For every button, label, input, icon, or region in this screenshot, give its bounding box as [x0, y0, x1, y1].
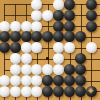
- white-stone-r1c4: [31, 0, 42, 10]
- white-stone-r2c4: [31, 10, 42, 21]
- black-stone-r8c7: [64, 75, 75, 86]
- black-stone-r8c8: [75, 75, 86, 86]
- black-stone-r2c6: [53, 10, 64, 21]
- black-stone-r4c5: [42, 31, 53, 42]
- dot-marker: [46, 57, 49, 60]
- white-stone-r7c6: [53, 64, 64, 75]
- black-stone-r9c6: [53, 86, 64, 97]
- black-stone-r3c6: [53, 21, 64, 32]
- black-stone-r4c4: [31, 31, 42, 42]
- white-stone-r5c9: [86, 42, 97, 53]
- black-stone-r9c9: [86, 86, 97, 97]
- white-stone-r5c4: [31, 42, 42, 53]
- black-stone-r4c7: [64, 31, 75, 42]
- black-stone-r1c7: [64, 0, 75, 10]
- white-stone-r3c4: [31, 21, 42, 32]
- white-stone-r5c3: [21, 42, 32, 53]
- black-stone-r6c8: [75, 53, 86, 64]
- black-stone-r4c8: [75, 31, 86, 42]
- white-stone-r6c2: [10, 53, 21, 64]
- white-stone-r6c3: [21, 53, 32, 64]
- white-stone-r8c4: [31, 75, 42, 86]
- black-stone-r8c6: [53, 75, 64, 86]
- black-stone-r3c7: [64, 21, 75, 32]
- black-stone-r7c7: [64, 64, 75, 75]
- white-stone-r9c4: [31, 86, 42, 97]
- white-stone-r5c6: [53, 42, 64, 53]
- black-stone-r5c1: [0, 42, 10, 53]
- black-stone-r9c8: [75, 86, 86, 97]
- white-stone-r8c3: [21, 75, 32, 86]
- black-stone-r5c2: [10, 42, 21, 53]
- white-stone-r9c3: [21, 86, 32, 97]
- black-stone-r4c1: [0, 31, 10, 42]
- black-stone-r8c5: [42, 75, 53, 86]
- black-stone-r4c3: [21, 31, 32, 42]
- black-stone-r2c7: [64, 10, 75, 21]
- white-stone-r6c6: [53, 53, 64, 64]
- white-stone-r3c1: [0, 21, 10, 32]
- white-stone-r7c4: [31, 64, 42, 75]
- white-stone-r8c2: [10, 75, 21, 86]
- white-stone-r5c7: [64, 42, 75, 53]
- black-stone-r9c5: [42, 86, 53, 97]
- black-stone-r3c9: [86, 21, 97, 32]
- go-board[interactable]: ✦: [0, 0, 100, 100]
- black-stone-r4c6: [53, 31, 64, 42]
- white-stone-r2c5: [42, 10, 53, 21]
- white-stone-r9c2: [10, 86, 21, 97]
- white-stone-r9c1: [0, 86, 10, 97]
- black-stone-r4c2: [10, 31, 21, 42]
- black-stone-r7c8: [75, 64, 86, 75]
- black-stone-r9c7: [64, 86, 75, 97]
- white-stone-r7c3: [21, 64, 32, 75]
- white-stone-r7c2: [10, 64, 21, 75]
- white-stone-r3c2: [10, 21, 21, 32]
- white-stone-r3c3: [21, 21, 32, 32]
- black-stone-r2c9: [86, 10, 97, 21]
- black-stone-r1c9: [86, 0, 97, 10]
- white-stone-r1c6: [53, 0, 64, 10]
- white-stone-r8c1: [0, 75, 10, 86]
- white-stone-r7c5: [42, 64, 53, 75]
